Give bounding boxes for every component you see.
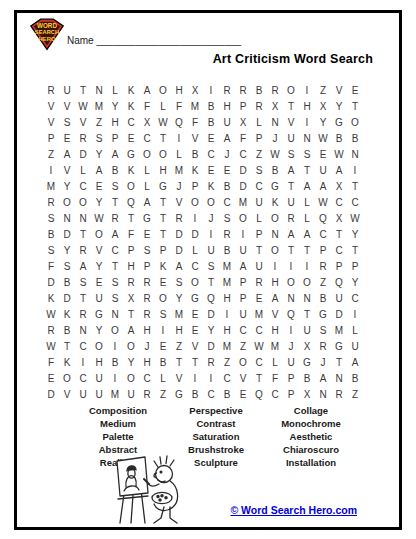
grid-cell: J [171, 178, 187, 194]
grid-cell: B [299, 370, 315, 386]
grid-cell: F [267, 370, 283, 386]
grid-cell: W [75, 98, 91, 114]
grid-cell: A [139, 82, 155, 98]
logo-text-search: SEARCH [35, 29, 59, 35]
grid-cell: M [267, 338, 283, 354]
grid-cell: H [299, 98, 315, 114]
grid-cell: C [219, 370, 235, 386]
grid-cell: M [219, 338, 235, 354]
grid-cell: I [347, 162, 363, 178]
grid-cell: A [299, 178, 315, 194]
grid-cell: N [91, 82, 107, 98]
grid-cell: K [267, 194, 283, 210]
grid-cell: G [267, 178, 283, 194]
grid-cell: A [123, 322, 139, 338]
grid-cell: E [155, 274, 171, 290]
artist-illustration [103, 449, 197, 527]
word-item: Monochrome [251, 417, 371, 430]
grid-cell: O [139, 146, 155, 162]
grid-cell: P [283, 370, 299, 386]
grid-cell: C [347, 290, 363, 306]
grid-cell: Y [331, 98, 347, 114]
grid-cell: F [43, 354, 59, 370]
grid-cell: E [203, 130, 219, 146]
grid-cell: L [75, 162, 91, 178]
grid-cell: T [251, 242, 267, 258]
logo-text-hero: HERO [38, 36, 56, 42]
grid-cell: I [171, 130, 187, 146]
word-item: Palette [68, 430, 168, 443]
grid-cell: O [347, 114, 363, 130]
grid-cell: R [235, 82, 251, 98]
grid-cell: L [139, 162, 155, 178]
grid-cell: A [59, 146, 75, 162]
grid-cell: L [251, 114, 267, 130]
grid-cell: G [299, 354, 315, 370]
grid-cell: C [203, 146, 219, 162]
grid-cell: T [331, 226, 347, 242]
grid-cell: L [267, 354, 283, 370]
grid-cell: J [315, 354, 331, 370]
grid-cell: T [331, 354, 347, 370]
grid-cell: S [107, 290, 123, 306]
grid-cell: D [187, 226, 203, 242]
grid-cell: R [139, 290, 155, 306]
grid-cell: M [235, 194, 251, 210]
grid-cell: Y [315, 114, 331, 130]
grid-cell: O [123, 370, 139, 386]
grid-cell: P [139, 258, 155, 274]
grid-cell: B [203, 114, 219, 130]
grid-cell: K [203, 178, 219, 194]
grid-cell: E [91, 178, 107, 194]
grid-cell: E [235, 386, 251, 402]
grid-cell: R [171, 210, 187, 226]
grid-cell: M [43, 178, 59, 194]
grid-cell: W [43, 338, 59, 354]
grid-cell: O [187, 194, 203, 210]
grid-cell: I [235, 226, 251, 242]
grid-cell: Q [171, 114, 187, 130]
grid-cell: S [107, 178, 123, 194]
grid-cell: N [75, 210, 91, 226]
grid-cell: Z [235, 338, 251, 354]
grid-cell: T [171, 354, 187, 370]
grid-cell: F [171, 98, 187, 114]
grid-cell: I [299, 114, 315, 130]
word-list-column-3: CollageMonochromeAestheticChiaroscuroIns… [251, 404, 371, 469]
grid-cell: I [203, 226, 219, 242]
word-item: Medium [68, 417, 168, 430]
page-title: Art Criticism Word Search [213, 52, 373, 66]
grid-cell: Y [107, 98, 123, 114]
grid-cell: T [299, 306, 315, 322]
grid-cell: B [203, 98, 219, 114]
grid-cell: X [139, 114, 155, 130]
grid-cell: R [251, 98, 267, 114]
grid-cell: B [331, 130, 347, 146]
grid-cell: V [43, 114, 59, 130]
grid-cell: L [299, 210, 315, 226]
grid-cell: E [123, 130, 139, 146]
grid-cell: S [107, 274, 123, 290]
grid-cell: U [331, 290, 347, 306]
grid-cell: E [187, 306, 203, 322]
grid-cell: S [251, 162, 267, 178]
grid-cell: E [155, 338, 171, 354]
grid-cell: F [43, 258, 59, 274]
grid-cell: R [75, 130, 91, 146]
grid-cell: G [187, 290, 203, 306]
grid-cell: A [315, 178, 331, 194]
grid-cell: X [331, 210, 347, 226]
grid-cell: I [107, 338, 123, 354]
grid-cell: P [251, 226, 267, 242]
logo-text-word: WORD [37, 22, 57, 29]
grid-cell: E [347, 82, 363, 98]
grid-cell: W [331, 146, 347, 162]
grid-cell: U [59, 82, 75, 98]
grid-cell: U [123, 386, 139, 402]
grid-cell: S [171, 274, 187, 290]
word-item: Chiaroscuro [251, 443, 371, 456]
grid-cell: R [43, 82, 59, 98]
grid-cell: L [155, 98, 171, 114]
grid-cell: I [75, 354, 91, 370]
grid-cell: N [59, 210, 75, 226]
grid-cell: K [155, 258, 171, 274]
grid-cell: T [75, 290, 91, 306]
grid-cell: M [187, 98, 203, 114]
grid-cell: N [75, 322, 91, 338]
grid-cell: U [251, 194, 267, 210]
grid-cell: B [59, 274, 75, 290]
grid-cell: U [283, 130, 299, 146]
grid-cell: U [235, 306, 251, 322]
grid-cell: Z [171, 338, 187, 354]
grid-cell: O [299, 274, 315, 290]
grid-cell: D [203, 338, 219, 354]
grid-cell: K [187, 162, 203, 178]
grid-cell: O [283, 82, 299, 98]
grid-cell: V [171, 194, 187, 210]
grid-cell: K [59, 306, 75, 322]
grid-cell: J [267, 130, 283, 146]
grid-cell: Y [203, 322, 219, 338]
word-item: Aesthetic [251, 430, 371, 443]
grid-cell: N [347, 146, 363, 162]
grid-cell: R [251, 274, 267, 290]
grid-cell: U [347, 338, 363, 354]
grid-cell: W [43, 306, 59, 322]
grid-cell: E [43, 370, 59, 386]
grid-cell: A [219, 130, 235, 146]
grid-cell: B [155, 354, 171, 370]
grid-cell: B [219, 242, 235, 258]
grid-cell: C [75, 370, 91, 386]
grid-cell: D [59, 226, 75, 242]
grid-cell: O [235, 210, 251, 226]
grid-cell: K [59, 354, 75, 370]
grid-cell: O [91, 226, 107, 242]
grid-cell: T [283, 98, 299, 114]
grid-cell: W [155, 114, 171, 130]
grid-cell: P [315, 242, 331, 258]
grid-cell: C [251, 354, 267, 370]
grid-cell: S [43, 242, 59, 258]
grid-cell: G [123, 146, 139, 162]
grid-cell: N [267, 114, 283, 130]
grid-cell: A [107, 146, 123, 162]
grid-cell: F [123, 226, 139, 242]
grid-cell: B [219, 178, 235, 194]
grid-cell: L [251, 210, 267, 226]
grid-cell: E [139, 226, 155, 242]
grid-cell: P [187, 178, 203, 194]
grid-cell: B [107, 162, 123, 178]
grid-cell: Y [91, 322, 107, 338]
grid-cell: C [331, 242, 347, 258]
grid-cell: Q [315, 210, 331, 226]
grid-cell: V [59, 98, 75, 114]
grid-cell: S [91, 130, 107, 146]
grid-cell: P [155, 242, 171, 258]
grid-cell: P [331, 258, 347, 274]
word-item: Installation [251, 456, 371, 469]
grid-cell: O [283, 274, 299, 290]
grid-cell: V [187, 130, 203, 146]
grid-cell: O [267, 210, 283, 226]
grid-cell: I [43, 162, 59, 178]
grid-cell: A [235, 258, 251, 274]
grid-cell: R [75, 242, 91, 258]
grid-cell: B [315, 290, 331, 306]
grid-cell: W [347, 210, 363, 226]
name-blank-line: __________________________ [96, 35, 241, 46]
grid-cell: T [75, 82, 91, 98]
grid-cell: A [267, 290, 283, 306]
grid-cell: S [75, 274, 91, 290]
grid-cell: Q [123, 194, 139, 210]
grid-cell: K [123, 82, 139, 98]
grid-cell: D [43, 386, 59, 402]
grid-cell: Q [331, 274, 347, 290]
grid-cell: C [203, 386, 219, 402]
grid-cell: T [283, 242, 299, 258]
grid-cell: G [139, 210, 155, 226]
grid-cell: I [283, 322, 299, 338]
grid-cell: I [203, 82, 219, 98]
grid-cell: A [315, 370, 331, 386]
grid-cell: B [187, 146, 203, 162]
grid-cell: R [139, 386, 155, 402]
grid-cell: U [219, 114, 235, 130]
grid-cell: N [299, 130, 315, 146]
grid-cell: D [171, 226, 187, 242]
grid-cell: X [235, 114, 251, 130]
grid-cell: C [347, 194, 363, 210]
grid-cell: A [283, 162, 299, 178]
grid-cell: E [315, 146, 331, 162]
grid-cell: U [91, 386, 107, 402]
grid-cell: G [155, 178, 171, 194]
grid-cell: T [347, 98, 363, 114]
grid-cell: U [283, 194, 299, 210]
grid-cell: Z [43, 146, 59, 162]
grid-cell: Q [251, 386, 267, 402]
grid-cell: V [171, 370, 187, 386]
grid-cell: M [171, 162, 187, 178]
grid-cell: R [43, 194, 59, 210]
grid-cell: E [91, 274, 107, 290]
grid-cell: P [235, 274, 251, 290]
grid-cell: G [331, 338, 347, 354]
grid-cell: M [91, 98, 107, 114]
grid-cell: D [235, 162, 251, 178]
grid-cell: C [139, 130, 155, 146]
grid-cell: W [91, 210, 107, 226]
grid-cell: S [139, 242, 155, 258]
word-item: Collage [251, 404, 371, 417]
grid-cell: F [139, 98, 155, 114]
grid-cell: K [123, 162, 139, 178]
grid-cell: T [347, 242, 363, 258]
grid-cell: H [171, 322, 187, 338]
grid-cell: G [91, 306, 107, 322]
grid-cell: L [347, 322, 363, 338]
grid-cell: T [155, 210, 171, 226]
grid-cell: Y [59, 242, 75, 258]
grid-cell: H [139, 322, 155, 338]
grid-cell: Y [91, 258, 107, 274]
grid-cell: R [331, 386, 347, 402]
grid-cell: I [347, 306, 363, 322]
grid-cell: X [123, 290, 139, 306]
grid-cell: B [59, 322, 75, 338]
grid-cell: Q [203, 290, 219, 306]
grid-cell: T [203, 274, 219, 290]
grid-cell: I [283, 258, 299, 274]
grid-cell: C [267, 386, 283, 402]
grid-cell: O [59, 194, 75, 210]
grid-cell: F [235, 130, 251, 146]
grid-cell: B [251, 82, 267, 98]
grid-cell: L [187, 242, 203, 258]
grid-cell: V [283, 114, 299, 130]
grid-cell: L [299, 194, 315, 210]
grid-cell: M [251, 306, 267, 322]
grid-cell: I [299, 258, 315, 274]
grid-cell: B [219, 386, 235, 402]
grid-cell: U [315, 162, 331, 178]
name-row: Name __________________________ [67, 35, 241, 46]
grid-cell: N [331, 370, 347, 386]
grid-cell: I [155, 322, 171, 338]
name-label: Name [67, 35, 94, 46]
grid-cell: P [235, 290, 251, 306]
grid-cell: R [283, 210, 299, 226]
grid-cell: S [315, 322, 331, 338]
word-item: Composition [68, 404, 168, 417]
grid-cell: C [187, 258, 203, 274]
grid-cell: W [267, 146, 283, 162]
grid-cell: R [315, 338, 331, 354]
grid-cell: T [75, 226, 91, 242]
grid-cell: Y [91, 194, 107, 210]
grid-cell: Y [91, 146, 107, 162]
grid-cell: H [107, 114, 123, 130]
grid-cell: E [219, 162, 235, 178]
grid-cell: T [123, 306, 139, 322]
grid-cell: Z [347, 386, 363, 402]
grid-cell: T [283, 178, 299, 194]
grid-cell: T [251, 370, 267, 386]
grid-cell: G [171, 386, 187, 402]
grid-cell: L [107, 82, 123, 98]
grid-cell: O [59, 370, 75, 386]
grid-cell: R [123, 274, 139, 290]
grid-cell: Y [171, 290, 187, 306]
grid-cell: U [91, 370, 107, 386]
grid-cell: C [219, 194, 235, 210]
grid-cell: V [267, 306, 283, 322]
grid-cell: I [219, 306, 235, 322]
grid-cell: T [155, 130, 171, 146]
grid-cell: E [187, 322, 203, 338]
grid-cell: H [155, 162, 171, 178]
footer-link[interactable]: © Word Search Hero.com [230, 504, 357, 516]
grid-cell: C [331, 194, 347, 210]
grid-cell: A [107, 226, 123, 242]
grid-cell: U [235, 242, 251, 258]
grid-cell: C [251, 322, 267, 338]
grid-cell: H [139, 354, 155, 370]
grid-cell: V [75, 114, 91, 130]
grid-cell: P [251, 130, 267, 146]
grid-cell: A [139, 194, 155, 210]
grid-cell: D [59, 290, 75, 306]
grid-cell: P [43, 130, 59, 146]
grid-cell: K [123, 98, 139, 114]
grid-cell: Y [347, 274, 363, 290]
grid-cell: R [219, 82, 235, 98]
grid-cell: D [235, 178, 251, 194]
grid-cell: A [283, 226, 299, 242]
grid-cell: V [235, 370, 251, 386]
grid-cell: V [331, 82, 347, 98]
grid-cell: O [155, 146, 171, 162]
grid-cell: D [203, 306, 219, 322]
grid-cell: M [219, 274, 235, 290]
grid-cell: H [171, 82, 187, 98]
grid-cell: Y [59, 178, 75, 194]
grid-cell: X [299, 386, 315, 402]
grid-cell: E [203, 162, 219, 178]
grid-cell: T [155, 194, 171, 210]
grid-cell: T [59, 338, 75, 354]
grid-cell: H [267, 274, 283, 290]
grid-cell: N [283, 290, 299, 306]
grid-cell: C [139, 370, 155, 386]
grid-cell: J [219, 146, 235, 162]
grid-cell: O [187, 274, 203, 290]
grid-cell: U [251, 258, 267, 274]
grid-cell: A [347, 354, 363, 370]
grid-cell: C [251, 178, 267, 194]
grid-cell: U [283, 354, 299, 370]
grid-cell: X [187, 82, 203, 98]
grid-cell: H [219, 98, 235, 114]
